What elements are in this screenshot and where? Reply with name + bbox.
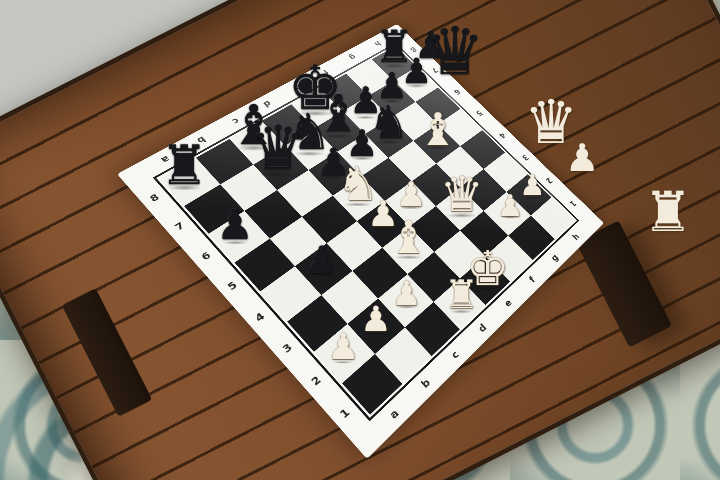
file-label-top-f: f bbox=[317, 65, 335, 78]
file-label-top-g: g bbox=[344, 51, 361, 64]
rank-label-left-8: 8 bbox=[143, 189, 166, 207]
file-label-bottom-f: f bbox=[524, 271, 541, 288]
rank-label-left-3: 3 bbox=[276, 338, 299, 360]
rank-label-left-6: 6 bbox=[195, 247, 218, 266]
file-label-bottom-d: d bbox=[473, 319, 492, 338]
rank-label-left-7: 7 bbox=[168, 217, 191, 236]
file-label-bottom-g: g bbox=[546, 250, 563, 267]
rank-label-left-1: 1 bbox=[334, 402, 357, 425]
rank-label-left-2: 2 bbox=[305, 370, 328, 392]
file-label-bottom-b: b bbox=[415, 373, 436, 395]
file-label-top-h: h bbox=[369, 37, 385, 49]
file-label-top-e: e bbox=[288, 80, 306, 94]
rank-label-left-4: 4 bbox=[248, 307, 271, 328]
file-label-bottom-e: e bbox=[499, 294, 517, 312]
file-label-bottom-a: a bbox=[383, 403, 405, 426]
file-label-bottom-h: h bbox=[568, 229, 584, 245]
photo-chess-scene: aa88bb77cc66dd55ee44ff33gg22hh11 ♜♝♚♜♛♞♝… bbox=[0, 0, 720, 480]
file-label-bottom-c: c bbox=[445, 345, 465, 365]
rank-label-left-5: 5 bbox=[221, 276, 244, 296]
